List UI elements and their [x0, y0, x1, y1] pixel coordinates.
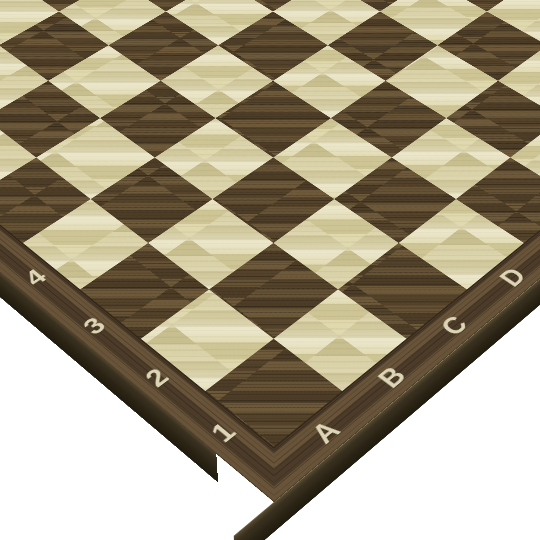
- board-squares: [0, 0, 540, 447]
- chess-board: ABCDEFGH12345678: [0, 0, 540, 502]
- board-photo: ABCDEFGH12345678: [0, 0, 540, 540]
